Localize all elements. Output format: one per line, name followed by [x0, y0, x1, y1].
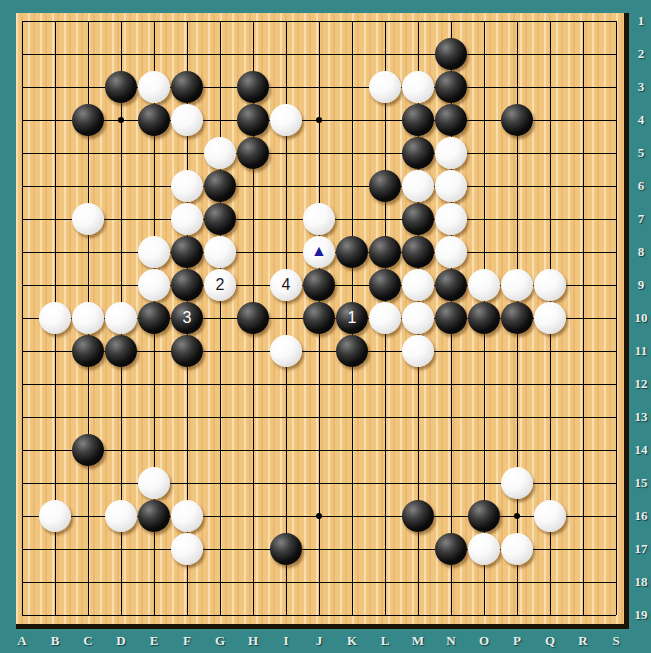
row-label-2: 2 — [638, 46, 645, 62]
stone-white-M3[interactable] — [402, 71, 434, 103]
stone-black-H10[interactable] — [237, 302, 269, 334]
column-label-I: I — [283, 633, 288, 649]
stone-white-P15[interactable] — [501, 467, 533, 499]
row-label-7: 7 — [638, 211, 645, 227]
stone-black-G7[interactable] — [204, 203, 236, 235]
stone-white-L10[interactable] — [369, 302, 401, 334]
stone-black-K8[interactable] — [336, 236, 368, 268]
row-label-17: 17 — [635, 541, 648, 557]
row-label-3: 3 — [638, 79, 645, 95]
row-label-6: 6 — [638, 178, 645, 194]
stone-white-F7[interactable] — [171, 203, 203, 235]
stone-black-F10[interactable]: 3 — [171, 302, 203, 334]
stone-black-M5[interactable] — [402, 137, 434, 169]
row-label-16: 16 — [635, 508, 648, 524]
stone-black-N17[interactable] — [435, 533, 467, 565]
stone-white-E15[interactable] — [138, 467, 170, 499]
row-label-19: 19 — [635, 607, 648, 623]
stone-black-O10[interactable] — [468, 302, 500, 334]
stone-black-D3[interactable] — [105, 71, 137, 103]
stone-white-N7[interactable] — [435, 203, 467, 235]
row-label-13: 13 — [635, 409, 648, 425]
stone-black-J10[interactable] — [303, 302, 335, 334]
stone-black-P10[interactable] — [501, 302, 533, 334]
stone-white-J7[interactable] — [303, 203, 335, 235]
stone-black-M8[interactable] — [402, 236, 434, 268]
column-label-B: B — [51, 633, 60, 649]
column-label-A: A — [17, 633, 26, 649]
stone-white-E3[interactable] — [138, 71, 170, 103]
stone-white-M6[interactable] — [402, 170, 434, 202]
stone-black-D11[interactable] — [105, 335, 137, 367]
stone-white-E9[interactable] — [138, 269, 170, 301]
column-label-O: O — [479, 633, 489, 649]
stone-white-N8[interactable] — [435, 236, 467, 268]
stone-black-J9[interactable] — [303, 269, 335, 301]
stone-white-N6[interactable] — [435, 170, 467, 202]
stone-white-F4[interactable] — [171, 104, 203, 136]
column-label-P: P — [513, 633, 521, 649]
column-label-S: S — [612, 633, 619, 649]
stone-black-K11[interactable] — [336, 335, 368, 367]
stone-white-N5[interactable] — [435, 137, 467, 169]
stone-black-F9[interactable] — [171, 269, 203, 301]
stone-white-J8[interactable]: ▲ — [303, 236, 335, 268]
stone-black-C4[interactable] — [72, 104, 104, 136]
stone-white-P17[interactable] — [501, 533, 533, 565]
row-label-10: 10 — [635, 310, 648, 326]
stone-white-M10[interactable] — [402, 302, 434, 334]
stone-white-M11[interactable] — [402, 335, 434, 367]
stone-white-P9[interactable] — [501, 269, 533, 301]
stone-black-F8[interactable] — [171, 236, 203, 268]
column-label-F: F — [183, 633, 191, 649]
move-number-label: 2 — [216, 277, 225, 293]
stone-black-E4[interactable] — [138, 104, 170, 136]
column-label-J: J — [316, 633, 323, 649]
row-label-1: 1 — [638, 13, 645, 29]
stone-white-E8[interactable] — [138, 236, 170, 268]
stone-black-N10[interactable] — [435, 302, 467, 334]
stone-white-M9[interactable] — [402, 269, 434, 301]
stone-white-F17[interactable] — [171, 533, 203, 565]
stone-black-M16[interactable] — [402, 500, 434, 532]
stone-black-P4[interactable] — [501, 104, 533, 136]
go-diagram: { "game": "go", "board": { "size": 19, "… — [0, 0, 651, 653]
row-label-15: 15 — [635, 475, 648, 491]
stone-black-L8[interactable] — [369, 236, 401, 268]
column-label-Q: Q — [545, 633, 555, 649]
stone-black-N3[interactable] — [435, 71, 467, 103]
stone-black-C14[interactable] — [72, 434, 104, 466]
stone-black-E10[interactable] — [138, 302, 170, 334]
stone-white-O9[interactable] — [468, 269, 500, 301]
column-label-L: L — [381, 633, 390, 649]
row-label-12: 12 — [635, 376, 648, 392]
stone-black-N2[interactable] — [435, 38, 467, 70]
stone-black-N4[interactable] — [435, 104, 467, 136]
column-label-M: M — [412, 633, 424, 649]
stone-white-I4[interactable] — [270, 104, 302, 136]
row-label-18: 18 — [635, 574, 648, 590]
stone-black-L6[interactable] — [369, 170, 401, 202]
triangle-marker-icon: ▲ — [311, 243, 327, 259]
stone-white-D10[interactable] — [105, 302, 137, 334]
stone-white-Q16[interactable] — [534, 500, 566, 532]
stone-white-C7[interactable] — [72, 203, 104, 235]
stone-black-H5[interactable] — [237, 137, 269, 169]
stone-white-L3[interactable] — [369, 71, 401, 103]
row-label-14: 14 — [635, 442, 648, 458]
stone-black-G6[interactable] — [204, 170, 236, 202]
row-label-9: 9 — [638, 277, 645, 293]
column-label-G: G — [215, 633, 225, 649]
stone-black-M7[interactable] — [402, 203, 434, 235]
stone-black-O16[interactable] — [468, 500, 500, 532]
move-number-label: 1 — [348, 310, 357, 326]
stone-black-N9[interactable] — [435, 269, 467, 301]
row-label-5: 5 — [638, 145, 645, 161]
stone-black-F11[interactable] — [171, 335, 203, 367]
stone-white-I11[interactable] — [270, 335, 302, 367]
column-label-D: D — [116, 633, 125, 649]
row-label-8: 8 — [638, 244, 645, 260]
stone-white-C10[interactable] — [72, 302, 104, 334]
stone-white-D16[interactable] — [105, 500, 137, 532]
stone-black-H4[interactable] — [237, 104, 269, 136]
stone-white-B16[interactable] — [39, 500, 71, 532]
row-label-11: 11 — [635, 343, 647, 359]
column-label-K: K — [347, 633, 357, 649]
stone-black-F3[interactable] — [171, 71, 203, 103]
move-number-label: 4 — [282, 277, 291, 293]
stone-black-M4[interactable] — [402, 104, 434, 136]
row-label-4: 4 — [638, 112, 645, 128]
stone-black-K10[interactable]: 1 — [336, 302, 368, 334]
stone-white-Q9[interactable] — [534, 269, 566, 301]
stone-white-G8[interactable] — [204, 236, 236, 268]
column-label-C: C — [83, 633, 92, 649]
column-label-R: R — [578, 633, 587, 649]
column-label-H: H — [248, 633, 258, 649]
stone-white-O17[interactable] — [468, 533, 500, 565]
stone-black-H3[interactable] — [237, 71, 269, 103]
stone-white-F6[interactable] — [171, 170, 203, 202]
stone-black-I17[interactable] — [270, 533, 302, 565]
stone-black-C11[interactable] — [72, 335, 104, 367]
stone-black-L9[interactable] — [369, 269, 401, 301]
stone-white-G9[interactable]: 2 — [204, 269, 236, 301]
column-label-N: N — [446, 633, 455, 649]
stone-white-Q10[interactable] — [534, 302, 566, 334]
stone-white-G5[interactable] — [204, 137, 236, 169]
stone-black-E16[interactable] — [138, 500, 170, 532]
stone-white-B10[interactable] — [39, 302, 71, 334]
column-label-E: E — [150, 633, 159, 649]
stone-white-F16[interactable] — [171, 500, 203, 532]
stone-white-I9[interactable]: 4 — [270, 269, 302, 301]
move-number-label: 3 — [183, 310, 192, 326]
